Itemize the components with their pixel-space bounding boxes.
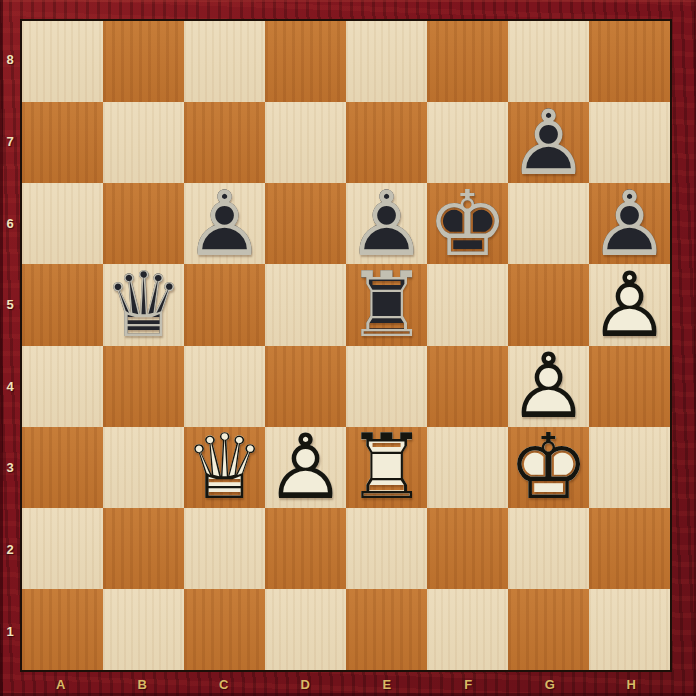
white-queen-icon: ♛: [184, 427, 265, 508]
square-b4[interactable]: [103, 346, 184, 427]
piece-black-rook[interactable]: ♜♖: [346, 264, 427, 345]
square-c5[interactable]: [184, 264, 265, 345]
square-e7[interactable]: [346, 102, 427, 183]
square-d6[interactable]: [265, 183, 346, 264]
white-pawn-outline-icon: ♙: [265, 427, 346, 508]
white-pawn-icon: ♟: [589, 264, 670, 345]
piece-white-queen[interactable]: ♛♕: [184, 427, 265, 508]
file-labels: ABCDEFGH: [20, 673, 672, 696]
square-e3[interactable]: ♜♖: [346, 427, 427, 508]
rank-label-7: 7: [0, 101, 20, 183]
white-king-outline-icon: ♔: [508, 427, 589, 508]
white-pawn-icon: ♟: [265, 427, 346, 508]
file-label-c: C: [183, 673, 265, 696]
square-h4[interactable]: [589, 346, 670, 427]
rank-labels: 87654321: [0, 19, 20, 672]
piece-white-pawn[interactable]: ♟♙: [589, 264, 670, 345]
square-a4[interactable]: [22, 346, 103, 427]
rank-label-3: 3: [0, 427, 20, 509]
square-a7[interactable]: [22, 102, 103, 183]
square-d5[interactable]: [265, 264, 346, 345]
piece-black-pawn[interactable]: ♟♙: [589, 183, 670, 264]
square-a8[interactable]: [22, 21, 103, 102]
square-c2[interactable]: [184, 508, 265, 589]
square-d8[interactable]: [265, 21, 346, 102]
square-f8[interactable]: [427, 21, 508, 102]
square-e6[interactable]: ♟♙: [346, 183, 427, 264]
piece-white-rook[interactable]: ♜♖: [346, 427, 427, 508]
black-queen-outline-icon: ♕: [103, 264, 184, 345]
black-king-outline-icon: ♔: [427, 183, 508, 264]
black-pawn-icon: ♟: [346, 183, 427, 264]
black-pawn-outline-icon: ♙: [589, 183, 670, 264]
piece-black-king[interactable]: ♚♔: [427, 183, 508, 264]
file-label-d: D: [265, 673, 347, 696]
square-b1[interactable]: [103, 589, 184, 670]
square-a2[interactable]: [22, 508, 103, 589]
square-g1[interactable]: [508, 589, 589, 670]
square-g8[interactable]: [508, 21, 589, 102]
square-g3[interactable]: ♚♔: [508, 427, 589, 508]
piece-black-queen[interactable]: ♛♕: [103, 264, 184, 345]
black-pawn-icon: ♟: [589, 183, 670, 264]
square-f1[interactable]: [427, 589, 508, 670]
square-b8[interactable]: [103, 21, 184, 102]
piece-black-pawn[interactable]: ♟♙: [508, 102, 589, 183]
square-c8[interactable]: [184, 21, 265, 102]
rank-label-6: 6: [0, 182, 20, 264]
black-rook-outline-icon: ♖: [346, 264, 427, 345]
square-c1[interactable]: [184, 589, 265, 670]
rank-label-4: 4: [0, 346, 20, 428]
square-e8[interactable]: [346, 21, 427, 102]
square-d4[interactable]: [265, 346, 346, 427]
square-b7[interactable]: [103, 102, 184, 183]
file-label-h: H: [591, 673, 673, 696]
square-e1[interactable]: [346, 589, 427, 670]
square-g5[interactable]: [508, 264, 589, 345]
square-f5[interactable]: [427, 264, 508, 345]
file-label-a: A: [20, 673, 102, 696]
file-label-f: F: [428, 673, 510, 696]
board-frame: 87654321 ♟♙♟♙♟♙♚♔♟♙♛♕♜♖♟♙♟♙♛♕♟♙♜♖♚♔ ABCD…: [0, 0, 696, 696]
square-f2[interactable]: [427, 508, 508, 589]
square-g2[interactable]: [508, 508, 589, 589]
square-e5[interactable]: ♜♖: [346, 264, 427, 345]
square-a3[interactable]: [22, 427, 103, 508]
piece-white-pawn[interactable]: ♟♙: [265, 427, 346, 508]
square-f7[interactable]: [427, 102, 508, 183]
square-d3[interactable]: ♟♙: [265, 427, 346, 508]
square-h5[interactable]: ♟♙: [589, 264, 670, 345]
square-g6[interactable]: [508, 183, 589, 264]
file-label-b: B: [102, 673, 184, 696]
rank-label-2: 2: [0, 509, 20, 591]
square-e4[interactable]: [346, 346, 427, 427]
white-pawn-outline-icon: ♙: [508, 346, 589, 427]
white-rook-outline-icon: ♖: [346, 427, 427, 508]
file-label-e: E: [346, 673, 428, 696]
black-queen-icon: ♛: [103, 264, 184, 345]
square-h3[interactable]: [589, 427, 670, 508]
square-f3[interactable]: [427, 427, 508, 508]
square-b6[interactable]: [103, 183, 184, 264]
square-c3[interactable]: ♛♕: [184, 427, 265, 508]
square-g7[interactable]: ♟♙: [508, 102, 589, 183]
white-pawn-outline-icon: ♙: [589, 264, 670, 345]
square-a5[interactable]: [22, 264, 103, 345]
black-king-icon: ♚: [427, 183, 508, 264]
rank-label-8: 8: [0, 19, 20, 101]
square-g4[interactable]: ♟♙: [508, 346, 589, 427]
black-pawn-outline-icon: ♙: [346, 183, 427, 264]
black-pawn-outline-icon: ♙: [184, 183, 265, 264]
black-pawn-outline-icon: ♙: [508, 102, 589, 183]
square-d7[interactable]: [265, 102, 346, 183]
piece-white-king[interactable]: ♚♔: [508, 427, 589, 508]
square-b5[interactable]: ♛♕: [103, 264, 184, 345]
square-f4[interactable]: [427, 346, 508, 427]
square-e2[interactable]: [346, 508, 427, 589]
square-b2[interactable]: [103, 508, 184, 589]
black-rook-icon: ♜: [346, 264, 427, 345]
rank-label-1: 1: [0, 590, 20, 672]
file-label-g: G: [509, 673, 591, 696]
piece-black-pawn[interactable]: ♟♙: [184, 183, 265, 264]
piece-white-pawn[interactable]: ♟♙: [508, 346, 589, 427]
square-f6[interactable]: ♚♔: [427, 183, 508, 264]
square-h8[interactable]: [589, 21, 670, 102]
black-pawn-icon: ♟: [184, 183, 265, 264]
rank-label-5: 5: [0, 264, 20, 346]
square-a6[interactable]: [22, 183, 103, 264]
white-king-icon: ♚: [508, 427, 589, 508]
black-pawn-icon: ♟: [508, 102, 589, 183]
piece-black-pawn[interactable]: ♟♙: [346, 183, 427, 264]
square-h7[interactable]: [589, 102, 670, 183]
white-queen-outline-icon: ♕: [184, 427, 265, 508]
chessboard[interactable]: ♟♙♟♙♟♙♚♔♟♙♛♕♜♖♟♙♟♙♛♕♟♙♜♖♚♔: [20, 19, 672, 672]
square-d1[interactable]: [265, 589, 346, 670]
white-rook-icon: ♜: [346, 427, 427, 508]
square-c7[interactable]: [184, 102, 265, 183]
square-a1[interactable]: [22, 589, 103, 670]
square-c6[interactable]: ♟♙: [184, 183, 265, 264]
square-c4[interactable]: [184, 346, 265, 427]
square-h1[interactable]: [589, 589, 670, 670]
white-pawn-icon: ♟: [508, 346, 589, 427]
square-h6[interactable]: ♟♙: [589, 183, 670, 264]
square-h2[interactable]: [589, 508, 670, 589]
square-b3[interactable]: [103, 427, 184, 508]
square-d2[interactable]: [265, 508, 346, 589]
